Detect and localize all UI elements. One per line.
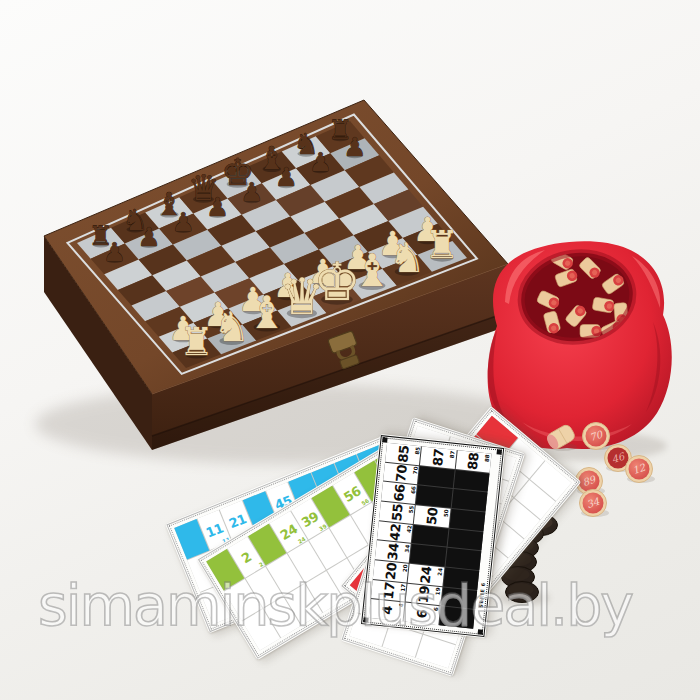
card-cell: 8787 xyxy=(420,447,456,469)
card-cell: 6666 xyxy=(381,482,417,504)
card-frame: 4417172020343442425555666670708585661919… xyxy=(363,437,502,635)
card-cell: 8888 xyxy=(455,450,491,472)
card-number-small: 87 xyxy=(450,451,456,459)
card-number-small: 19 xyxy=(436,587,442,595)
card-number: 66 xyxy=(392,484,407,502)
card-number-small: 66 xyxy=(411,486,417,494)
card-cell xyxy=(449,509,485,531)
card-cell: 66 xyxy=(404,603,440,625)
lotto-card-bw: 4417172020343442425555666670708585661919… xyxy=(360,434,505,638)
card-number-small: 42 xyxy=(407,525,413,533)
card-number-small: 70 xyxy=(413,466,419,474)
card-number: 88 xyxy=(466,452,481,470)
card-cell: 4242 xyxy=(377,521,413,543)
card-number-small: 50 xyxy=(444,509,450,517)
card-number: 24 xyxy=(419,566,434,584)
card-number: 11 xyxy=(204,521,225,539)
card-cell: 5050 xyxy=(414,505,450,527)
card-number: 87 xyxy=(431,448,446,466)
card-grid: 4417172020343442425555666670708585661919… xyxy=(369,443,492,629)
card-cell: 44 xyxy=(369,599,405,621)
card-cell xyxy=(412,525,448,547)
card-cell: 8585 xyxy=(385,443,421,465)
card-number-small: 85 xyxy=(415,447,421,455)
card-number: 2 xyxy=(239,549,253,565)
card-number: 4 xyxy=(380,605,394,615)
card-cell xyxy=(453,470,489,492)
card-cell xyxy=(418,466,454,488)
card-cell xyxy=(447,528,483,550)
card-cell xyxy=(410,544,446,566)
card-number: 20 xyxy=(384,562,399,580)
card-number-small: 34 xyxy=(405,545,411,553)
card-number-small: 55 xyxy=(409,505,415,513)
card-number: 34 xyxy=(386,543,401,561)
card-number-small: 4 xyxy=(399,603,405,607)
card-number: 85 xyxy=(396,445,411,463)
card-number-small: 24 xyxy=(438,568,444,576)
card-cell: 1919 xyxy=(406,583,442,605)
card-number: 70 xyxy=(394,464,409,482)
serie-label: SERIE 6 xyxy=(477,582,486,608)
card-number: 21 xyxy=(227,512,248,530)
card-cell: 5555 xyxy=(379,501,415,523)
product-photo-scene: ♜♞♝♛♚♝♞♜♟♟♟♟♟♟♟♟♟♟♟♟♟♟♟♟♜♞♝♛♚♝♞♜70461289… xyxy=(0,0,700,700)
card-cell xyxy=(451,489,487,511)
card-cell: 2424 xyxy=(408,564,444,586)
card-cell xyxy=(439,607,475,629)
card-cell xyxy=(441,587,477,609)
card-corner-mark xyxy=(382,437,387,442)
card-number-small: 17 xyxy=(400,584,406,592)
card-number: 6 xyxy=(415,609,429,619)
card-number-small: 20 xyxy=(403,564,409,572)
card-corner-mark xyxy=(497,449,502,454)
card-number: 50 xyxy=(425,507,440,525)
card-number: 19 xyxy=(417,585,432,603)
card-cell xyxy=(416,486,452,508)
card-cell: 3434 xyxy=(375,541,411,563)
card-corner-mark xyxy=(478,629,483,634)
card-number-small: 88 xyxy=(485,454,491,462)
card-number: 55 xyxy=(390,503,405,521)
card-number-small: 6 xyxy=(434,607,440,611)
card-cell: 7070 xyxy=(383,462,419,484)
card-cell: 1717 xyxy=(371,580,407,602)
lotto-cards-fan: 1111212145452224243939565649494417172020… xyxy=(0,0,700,700)
card-cell xyxy=(445,548,481,570)
card-corner-mark xyxy=(363,617,368,622)
card-cell xyxy=(443,568,479,590)
card-number: 42 xyxy=(388,523,403,541)
card-number: 17 xyxy=(381,582,396,600)
card-cell: 2020 xyxy=(373,560,409,582)
